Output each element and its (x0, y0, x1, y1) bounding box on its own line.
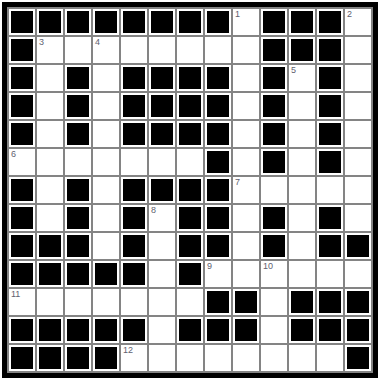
black-cell-r11c11 (289, 289, 315, 315)
black-cell-r2c1 (9, 37, 35, 63)
white-cell-r4c4[interactable] (93, 93, 119, 119)
white-cell-r13c8[interactable] (205, 345, 231, 371)
white-cell-r12c6[interactable] (149, 317, 175, 343)
white-cell-r2c6[interactable] (149, 37, 175, 63)
black-cell-r4c5 (121, 93, 147, 119)
white-cell-r2c13[interactable] (345, 37, 371, 63)
clue-number-5: 5 (291, 65, 296, 75)
white-cell-r8c4[interactable] (93, 205, 119, 231)
black-cell-r9c7 (177, 233, 203, 259)
white-cell-r3c9[interactable] (233, 65, 259, 91)
white-cell-r5c4[interactable] (93, 121, 119, 147)
black-cell-r4c10 (261, 93, 287, 119)
white-cell-r2c9[interactable] (233, 37, 259, 63)
white-cell-r11c10[interactable] (261, 289, 287, 315)
clue-number-1: 1 (235, 9, 240, 19)
white-cell-r11c2[interactable] (37, 289, 63, 315)
white-cell-r10c8[interactable]: 9 (205, 261, 231, 287)
black-cell-r11c8 (205, 289, 231, 315)
white-cell-r4c2[interactable] (37, 93, 63, 119)
white-cell-r10c13[interactable] (345, 261, 371, 287)
white-cell-r1c13[interactable]: 2 (345, 9, 371, 35)
black-cell-r7c3 (65, 177, 91, 203)
black-cell-r13c3 (65, 345, 91, 371)
white-cell-r6c1[interactable]: 6 (9, 149, 35, 175)
black-cell-r10c2 (37, 261, 63, 287)
black-cell-r12c7 (177, 317, 203, 343)
white-cell-r4c9[interactable] (233, 93, 259, 119)
clue-number-4: 4 (95, 37, 100, 47)
black-cell-r3c3 (65, 65, 91, 91)
white-cell-r8c6[interactable]: 8 (149, 205, 175, 231)
black-cell-r7c6 (149, 177, 175, 203)
black-cell-r12c1 (9, 317, 35, 343)
black-cell-r6c10 (261, 149, 287, 175)
white-cell-r3c11[interactable]: 5 (289, 65, 315, 91)
clue-number-11: 11 (11, 289, 20, 299)
black-cell-r11c13 (345, 289, 371, 315)
white-cell-r13c7[interactable] (177, 345, 203, 371)
black-cell-r9c8 (205, 233, 231, 259)
black-cell-r4c8 (205, 93, 231, 119)
black-cell-r13c1 (9, 345, 35, 371)
black-cell-r3c8 (205, 65, 231, 91)
black-cell-r5c7 (177, 121, 203, 147)
crossword-board: 123456789101112 (2, 2, 378, 378)
black-cell-r5c12 (317, 121, 343, 147)
black-cell-r10c5 (121, 261, 147, 287)
black-cell-r7c7 (177, 177, 203, 203)
white-cell-r6c7[interactable] (177, 149, 203, 175)
white-cell-r6c5[interactable] (121, 149, 147, 175)
black-cell-r1c11 (289, 9, 315, 35)
black-cell-r9c2 (37, 233, 63, 259)
white-cell-r9c11[interactable] (289, 233, 315, 259)
black-cell-r3c6 (149, 65, 175, 91)
black-cell-r3c5 (121, 65, 147, 91)
black-cell-r1c10 (261, 9, 287, 35)
black-cell-r9c13 (345, 233, 371, 259)
white-cell-r9c4[interactable] (93, 233, 119, 259)
black-cell-r7c8 (205, 177, 231, 203)
white-cell-r13c6[interactable] (149, 345, 175, 371)
white-cell-r5c13[interactable] (345, 121, 371, 147)
white-cell-r7c10[interactable] (261, 177, 287, 203)
black-cell-r9c3 (65, 233, 91, 259)
white-cell-r8c13[interactable] (345, 205, 371, 231)
white-cell-r3c2[interactable] (37, 65, 63, 91)
clue-number-2: 2 (347, 9, 352, 19)
crossword-page: 123456789101112 (0, 0, 382, 384)
black-cell-r12c2 (37, 317, 63, 343)
black-cell-r12c13 (345, 317, 371, 343)
white-cell-r7c13[interactable] (345, 177, 371, 203)
black-cell-r12c11 (289, 317, 315, 343)
black-cell-r5c6 (149, 121, 175, 147)
black-cell-r8c3 (65, 205, 91, 231)
black-cell-r5c8 (205, 121, 231, 147)
clue-number-10: 10 (263, 261, 273, 271)
clue-number-9: 9 (207, 261, 212, 271)
white-cell-r4c11[interactable] (289, 93, 315, 119)
white-cell-r10c12[interactable] (317, 261, 343, 287)
black-cell-r9c12 (317, 233, 343, 259)
white-cell-r6c6[interactable] (149, 149, 175, 175)
black-cell-r6c12 (317, 149, 343, 175)
white-cell-r11c7[interactable] (177, 289, 203, 315)
black-cell-r4c6 (149, 93, 175, 119)
black-cell-r2c10 (261, 37, 287, 63)
white-cell-r4c13[interactable] (345, 93, 371, 119)
black-cell-r7c5 (121, 177, 147, 203)
white-cell-r9c9[interactable] (233, 233, 259, 259)
black-cell-r1c1 (9, 9, 35, 35)
white-cell-r8c9[interactable] (233, 205, 259, 231)
white-cell-r2c7[interactable] (177, 37, 203, 63)
black-cell-r11c12 (317, 289, 343, 315)
white-cell-r13c9[interactable] (233, 345, 259, 371)
black-cell-r2c12 (317, 37, 343, 63)
white-cell-r10c9[interactable] (233, 261, 259, 287)
white-cell-r8c11[interactable] (289, 205, 315, 231)
white-cell-r12c10[interactable] (261, 317, 287, 343)
white-cell-r13c12[interactable] (317, 345, 343, 371)
white-cell-r10c6[interactable] (149, 261, 175, 287)
black-cell-r8c5 (121, 205, 147, 231)
white-cell-r11c3[interactable] (65, 289, 91, 315)
black-cell-r13c13 (345, 345, 371, 371)
white-cell-r11c4[interactable] (93, 289, 119, 315)
white-cell-r6c2[interactable] (37, 149, 63, 175)
black-cell-r3c7 (177, 65, 203, 91)
black-cell-r10c3 (65, 261, 91, 287)
black-cell-r10c7 (177, 261, 203, 287)
white-cell-r3c4[interactable] (93, 65, 119, 91)
black-cell-r13c4 (93, 345, 119, 371)
white-cell-r10c11[interactable] (289, 261, 315, 287)
black-cell-r9c10 (261, 233, 287, 259)
black-cell-r3c12 (317, 65, 343, 91)
white-cell-r2c3[interactable] (65, 37, 91, 63)
white-cell-r2c8[interactable] (205, 37, 231, 63)
black-cell-r9c5 (121, 233, 147, 259)
black-cell-r11c9 (233, 289, 259, 315)
white-cell-r6c4[interactable] (93, 149, 119, 175)
black-cell-r4c3 (65, 93, 91, 119)
black-cell-r12c5 (121, 317, 147, 343)
black-cell-r3c10 (261, 65, 287, 91)
black-cell-r4c1 (9, 93, 35, 119)
white-cell-r2c5[interactable] (121, 37, 147, 63)
black-cell-r12c12 (317, 317, 343, 343)
white-cell-r2c4[interactable]: 4 (93, 37, 119, 63)
black-cell-r8c10 (261, 205, 287, 231)
black-cell-r1c2 (37, 9, 63, 35)
black-cell-r5c10 (261, 121, 287, 147)
clue-number-8: 8 (151, 205, 156, 215)
white-cell-r13c11[interactable] (289, 345, 315, 371)
clue-number-6: 6 (11, 149, 16, 159)
black-cell-r8c1 (9, 205, 35, 231)
white-cell-r7c4[interactable] (93, 177, 119, 203)
black-cell-r10c1 (9, 261, 35, 287)
white-cell-r5c9[interactable] (233, 121, 259, 147)
black-cell-r5c5 (121, 121, 147, 147)
black-cell-r12c9 (233, 317, 259, 343)
white-cell-r6c11[interactable] (289, 149, 315, 175)
black-cell-r5c3 (65, 121, 91, 147)
white-cell-r7c11[interactable] (289, 177, 315, 203)
white-cell-r13c10[interactable] (261, 345, 287, 371)
black-cell-r13c2 (37, 345, 63, 371)
black-cell-r1c3 (65, 9, 91, 35)
clue-number-3: 3 (39, 37, 44, 47)
white-cell-r2c2[interactable]: 3 (37, 37, 63, 63)
black-cell-r6c8 (205, 149, 231, 175)
black-cell-r4c7 (177, 93, 203, 119)
black-cell-r12c4 (93, 317, 119, 343)
white-cell-r3c13[interactable] (345, 65, 371, 91)
white-cell-r7c2[interactable] (37, 177, 63, 203)
black-cell-r4c12 (317, 93, 343, 119)
black-cell-r5c1 (9, 121, 35, 147)
black-cell-r1c8 (205, 9, 231, 35)
white-cell-r10c10[interactable]: 10 (261, 261, 287, 287)
black-cell-r2c11 (289, 37, 315, 63)
black-cell-r8c7 (177, 205, 203, 231)
clue-number-12: 12 (123, 345, 133, 355)
white-cell-r7c9[interactable]: 7 (233, 177, 259, 203)
black-cell-r1c12 (317, 9, 343, 35)
black-cell-r1c6 (149, 9, 175, 35)
white-cell-r11c6[interactable] (149, 289, 175, 315)
black-cell-r1c4 (93, 9, 119, 35)
black-cell-r1c5 (121, 9, 147, 35)
black-cell-r7c1 (9, 177, 35, 203)
black-cell-r1c7 (177, 9, 203, 35)
white-cell-r6c9[interactable] (233, 149, 259, 175)
black-cell-r8c8 (205, 205, 231, 231)
white-cell-r11c1[interactable]: 11 (9, 289, 35, 315)
white-cell-r6c13[interactable] (345, 149, 371, 175)
black-cell-r3c1 (9, 65, 35, 91)
white-cell-r1c9[interactable]: 1 (233, 9, 259, 35)
black-cell-r12c3 (65, 317, 91, 343)
white-cell-r9c6[interactable] (149, 233, 175, 259)
black-cell-r10c4 (93, 261, 119, 287)
white-cell-r5c11[interactable] (289, 121, 315, 147)
white-cell-r5c2[interactable] (37, 121, 63, 147)
clue-number-7: 7 (235, 177, 240, 187)
white-cell-r8c2[interactable] (37, 205, 63, 231)
white-cell-r13c5[interactable]: 12 (121, 345, 147, 371)
black-cell-r12c8 (205, 317, 231, 343)
white-cell-r7c12[interactable] (317, 177, 343, 203)
black-cell-r9c1 (9, 233, 35, 259)
white-cell-r6c3[interactable] (65, 149, 91, 175)
white-cell-r11c5[interactable] (121, 289, 147, 315)
black-cell-r8c12 (317, 205, 343, 231)
